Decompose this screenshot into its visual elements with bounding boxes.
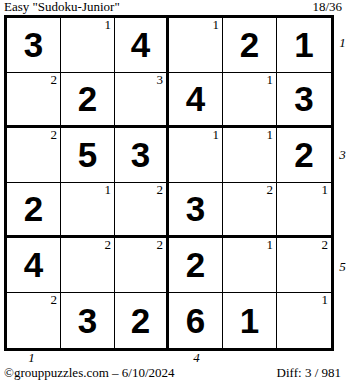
- cell-r2c5[interactable]: 1: [223, 73, 277, 128]
- cell-r5c5[interactable]: 1: [223, 238, 277, 293]
- page-header: Easy "Sudoku-Junior" 18/36: [4, 0, 342, 15]
- cell-r2c6[interactable]: 3: [277, 73, 331, 128]
- pencil-mark: 2: [51, 293, 58, 307]
- row-label-6: [338, 295, 347, 351]
- cell-r1c1[interactable]: 3: [7, 18, 61, 73]
- cell-r5c1[interactable]: 4: [7, 238, 61, 293]
- cell-r3c2[interactable]: 5: [61, 128, 115, 183]
- given-digit: 3: [61, 293, 114, 348]
- cell-r5c3[interactable]: 2: [115, 238, 169, 293]
- pencil-mark: 1: [267, 238, 274, 252]
- col-label-4: 4: [169, 351, 224, 365]
- progress-count: 18/36: [312, 0, 342, 14]
- column-coordinate-labels: 14: [4, 351, 334, 365]
- cell-r4c4[interactable]: 3: [169, 183, 223, 238]
- cell-r3c3[interactable]: 3: [115, 128, 169, 183]
- given-digit: 4: [7, 238, 60, 292]
- pencil-mark: 2: [157, 183, 164, 197]
- given-digit: 3: [169, 183, 222, 235]
- given-digit: 2: [7, 183, 60, 235]
- given-digit: 2: [223, 18, 276, 72]
- cell-r4c6[interactable]: 1: [277, 183, 331, 238]
- cell-r6c6[interactable]: 1: [277, 293, 331, 348]
- given-digit: 3: [277, 73, 331, 125]
- cell-r3c6[interactable]: 2: [277, 128, 331, 183]
- row-label-1: 1: [338, 15, 347, 71]
- cell-r1c6[interactable]: 1: [277, 18, 331, 73]
- cell-r6c2[interactable]: 3: [61, 293, 115, 348]
- cell-r1c4[interactable]: 1: [169, 18, 223, 73]
- given-digit: 2: [115, 293, 166, 348]
- col-label-5: [224, 351, 279, 365]
- pencil-mark: 1: [322, 183, 329, 197]
- row-label-4: [338, 183, 347, 239]
- pencil-mark: 1: [105, 18, 112, 32]
- row-label-5: 5: [338, 239, 347, 295]
- pencil-mark: 2: [267, 183, 274, 197]
- row-label-2: [338, 71, 347, 127]
- col-label-3: [114, 351, 169, 365]
- row-coordinate-labels: 135: [338, 15, 347, 351]
- col-label-1: 1: [4, 351, 59, 365]
- cell-r4c5[interactable]: 2: [223, 183, 277, 238]
- cell-r5c6[interactable]: 2: [277, 238, 331, 293]
- cell-r3c1[interactable]: 2: [7, 128, 61, 183]
- cell-r3c4[interactable]: 1: [169, 128, 223, 183]
- difficulty-text: Diff: 3 / 981: [277, 365, 341, 380]
- given-digit: 5: [61, 128, 114, 182]
- row-label-3: 3: [338, 127, 347, 183]
- cell-r6c4[interactable]: 6: [169, 293, 223, 348]
- cell-r6c5[interactable]: 1: [223, 293, 277, 348]
- given-digit: 3: [115, 128, 166, 182]
- pencil-mark: 1: [267, 128, 274, 142]
- cell-r2c2[interactable]: 2: [61, 73, 115, 128]
- cell-r4c2[interactable]: 1: [61, 183, 115, 238]
- cell-r1c3[interactable]: 4: [115, 18, 169, 73]
- pencil-mark: 2: [322, 238, 329, 252]
- given-digit: 3: [7, 18, 60, 72]
- cell-r5c2[interactable]: 2: [61, 238, 115, 293]
- given-digit: 4: [115, 18, 166, 72]
- sudoku-board: 314121223413253112212321422212232611: [4, 15, 334, 351]
- pencil-mark: 1: [213, 128, 220, 142]
- cell-r2c1[interactable]: 2: [7, 73, 61, 128]
- cell-r2c3[interactable]: 3: [115, 73, 169, 128]
- given-digit: 1: [223, 293, 276, 348]
- col-label-2: [59, 351, 114, 365]
- given-digit: 2: [169, 238, 222, 292]
- pencil-mark: 1: [267, 73, 274, 87]
- given-digit: 4: [169, 73, 222, 125]
- cell-r6c3[interactable]: 2: [115, 293, 169, 348]
- given-digit: 2: [277, 128, 331, 182]
- cell-r4c3[interactable]: 2: [115, 183, 169, 238]
- cell-r2c4[interactable]: 4: [169, 73, 223, 128]
- cell-r1c2[interactable]: 1: [61, 18, 115, 73]
- pencil-mark: 1: [105, 183, 112, 197]
- puzzle-title: Easy "Sudoku-Junior": [4, 0, 120, 14]
- pencil-mark: 2: [51, 128, 58, 142]
- pencil-mark: 1: [322, 293, 329, 307]
- col-label-6: [279, 351, 334, 365]
- pencil-mark: 1: [213, 18, 220, 32]
- pencil-mark: 2: [51, 73, 58, 87]
- page-footer: ©grouppuzzles.com – 6/10/2024 Diff: 3 / …: [4, 365, 341, 380]
- given-digit: 6: [169, 293, 222, 348]
- cell-r3c5[interactable]: 1: [223, 128, 277, 183]
- pencil-mark: 2: [105, 238, 112, 252]
- pencil-mark: 2: [157, 238, 164, 252]
- cell-r4c1[interactable]: 2: [7, 183, 61, 238]
- cell-r5c4[interactable]: 2: [169, 238, 223, 293]
- given-digit: 1: [277, 18, 331, 72]
- cell-r1c5[interactable]: 2: [223, 18, 277, 73]
- copyright-text: ©grouppuzzles.com – 6/10/2024: [4, 365, 175, 380]
- pencil-mark: 3: [157, 73, 164, 87]
- cell-r6c1[interactable]: 2: [7, 293, 61, 348]
- given-digit: 2: [61, 73, 114, 125]
